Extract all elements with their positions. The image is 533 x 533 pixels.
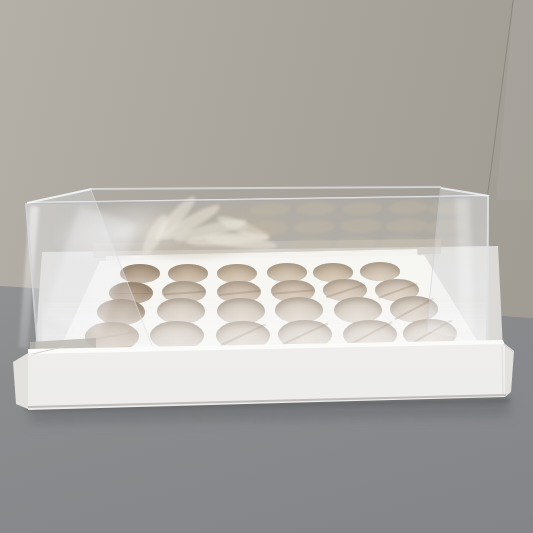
scene (0, 0, 533, 533)
lid-bottom-haze (42, 298, 488, 348)
